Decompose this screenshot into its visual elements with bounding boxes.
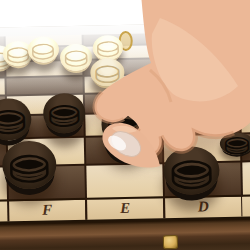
player-thumb <box>0 0 250 250</box>
photo-frame: FED ⛀⛀⛀⛀⛀⛀⛂⛂⛂⛂⛂⛂ <box>0 0 250 250</box>
